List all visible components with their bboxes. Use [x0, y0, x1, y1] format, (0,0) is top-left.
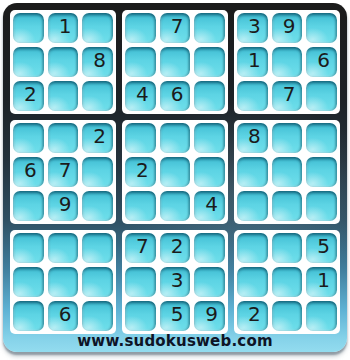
given-digit: 8: [248, 126, 261, 146]
given-digit: 8: [93, 50, 106, 70]
cell-r8c5[interactable]: 3: [160, 267, 191, 297]
given-digit: 6: [59, 304, 72, 324]
box-r1c2: 746: [122, 10, 228, 114]
cell-r7c3[interactable]: [82, 233, 113, 263]
given-digit: 1: [59, 16, 72, 36]
cell-r7c7[interactable]: [237, 233, 268, 263]
cell-r2c1[interactable]: [13, 47, 44, 77]
given-digit: 2: [171, 236, 184, 256]
cell-r3c2[interactable]: [48, 81, 79, 111]
cell-r4c5[interactable]: [160, 123, 191, 153]
given-digit: 6: [171, 84, 184, 104]
given-digit: 6: [24, 160, 37, 180]
website-watermark: www.sudokusweb.com: [3, 332, 347, 350]
cell-r4c7[interactable]: 8: [237, 123, 268, 153]
sudoku-board: 182746391672679248672359512: [10, 10, 340, 334]
cell-r3c8[interactable]: 7: [272, 81, 303, 111]
cell-r7c2[interactable]: [48, 233, 79, 263]
cell-r3c4[interactable]: 4: [125, 81, 156, 111]
given-digit: 9: [205, 304, 218, 324]
cell-r5c8[interactable]: [272, 157, 303, 187]
sudoku-app: 182746391672679248672359512 www.sudokusw…: [0, 0, 350, 360]
cell-r9c5[interactable]: 5: [160, 301, 191, 331]
box-r2c2: 24: [122, 120, 228, 224]
cell-r8c9[interactable]: 1: [306, 267, 337, 297]
given-digit: 5: [317, 236, 330, 256]
cell-r5c1[interactable]: 6: [13, 157, 44, 187]
cell-r1c6[interactable]: [194, 13, 225, 43]
cell-r9c9[interactable]: [306, 301, 337, 331]
given-digit: 2: [24, 84, 37, 104]
box-r3c3: 512: [234, 230, 340, 334]
given-digit: 7: [59, 160, 72, 180]
cell-r9c7[interactable]: 2: [237, 301, 268, 331]
cell-r1c1[interactable]: [13, 13, 44, 43]
board-frame: 182746391672679248672359512 www.sudokusw…: [3, 3, 347, 352]
cell-r1c2[interactable]: 1: [48, 13, 79, 43]
given-digit: 2: [248, 304, 261, 324]
cell-r9c3[interactable]: [82, 301, 113, 331]
cell-r8c6[interactable]: [194, 267, 225, 297]
cell-r2c8[interactable]: [272, 47, 303, 77]
given-digit: 2: [93, 126, 106, 146]
cell-r4c1[interactable]: [13, 123, 44, 153]
given-digit: 9: [283, 16, 296, 36]
box-r2c1: 2679: [10, 120, 116, 224]
box-r3c1: 6: [10, 230, 116, 334]
cell-r9c1[interactable]: [13, 301, 44, 331]
cell-r8c3[interactable]: [82, 267, 113, 297]
cell-r5c6[interactable]: [194, 157, 225, 187]
cell-r1c9[interactable]: [306, 13, 337, 43]
cell-r3c3[interactable]: [82, 81, 113, 111]
cell-r7c5[interactable]: 2: [160, 233, 191, 263]
given-digit: 7: [171, 16, 184, 36]
box-r1c1: 182: [10, 10, 116, 114]
cell-r4c6[interactable]: [194, 123, 225, 153]
cell-r8c8[interactable]: [272, 267, 303, 297]
given-digit: 4: [205, 194, 218, 214]
cell-r5c5[interactable]: [160, 157, 191, 187]
cell-r2c7[interactable]: 1: [237, 47, 268, 77]
cell-r6c3[interactable]: [82, 191, 113, 221]
cell-r2c2[interactable]: [48, 47, 79, 77]
cell-r6c8[interactable]: [272, 191, 303, 221]
given-digit: 7: [136, 236, 149, 256]
box-r1c3: 39167: [234, 10, 340, 114]
given-digit: 4: [136, 84, 149, 104]
cell-r9c8[interactable]: [272, 301, 303, 331]
given-digit: 9: [59, 194, 72, 214]
cell-r6c6[interactable]: 4: [194, 191, 225, 221]
cell-r5c3[interactable]: [82, 157, 113, 187]
cell-r3c6[interactable]: [194, 81, 225, 111]
cell-r1c5[interactable]: 7: [160, 13, 191, 43]
cell-r8c2[interactable]: [48, 267, 79, 297]
cell-r3c1[interactable]: 2: [13, 81, 44, 111]
cell-r7c4[interactable]: 7: [125, 233, 156, 263]
cell-r4c4[interactable]: [125, 123, 156, 153]
cell-r7c6[interactable]: [194, 233, 225, 263]
cell-r4c8[interactable]: [272, 123, 303, 153]
cell-r3c5[interactable]: 6: [160, 81, 191, 111]
cell-r6c4[interactable]: [125, 191, 156, 221]
cell-r2c3[interactable]: 8: [82, 47, 113, 77]
cell-r8c4[interactable]: [125, 267, 156, 297]
box-r3c2: 72359: [122, 230, 228, 334]
cell-r5c9[interactable]: [306, 157, 337, 187]
cell-r4c3[interactable]: 2: [82, 123, 113, 153]
cell-r6c9[interactable]: [306, 191, 337, 221]
given-digit: 5: [171, 304, 184, 324]
cell-r2c5[interactable]: [160, 47, 191, 77]
cell-r4c2[interactable]: [48, 123, 79, 153]
cell-r3c7[interactable]: [237, 81, 268, 111]
cell-r7c8[interactable]: [272, 233, 303, 263]
given-digit: 1: [248, 50, 261, 70]
given-digit: 6: [317, 50, 330, 70]
given-digit: 2: [136, 160, 149, 180]
cell-r1c3[interactable]: [82, 13, 113, 43]
cell-r9c6[interactable]: 9: [194, 301, 225, 331]
cell-r1c7[interactable]: 3: [237, 13, 268, 43]
cell-r9c2[interactable]: 6: [48, 301, 79, 331]
given-digit: 3: [171, 270, 184, 290]
box-r2c3: 8: [234, 120, 340, 224]
cell-r7c9[interactable]: 5: [306, 233, 337, 263]
cell-r2c4[interactable]: [125, 47, 156, 77]
cell-r2c6[interactable]: [194, 47, 225, 77]
cell-r5c2[interactable]: 7: [48, 157, 79, 187]
cell-r8c1[interactable]: [13, 267, 44, 297]
cell-r1c4[interactable]: [125, 13, 156, 43]
given-digit: 1: [317, 270, 330, 290]
cell-r1c8[interactable]: 9: [272, 13, 303, 43]
cell-r8c7[interactable]: [237, 267, 268, 297]
cell-r6c2[interactable]: 9: [48, 191, 79, 221]
cell-r3c9[interactable]: [306, 81, 337, 111]
cell-r5c4[interactable]: 2: [125, 157, 156, 187]
cell-r9c4[interactable]: [125, 301, 156, 331]
given-digit: 7: [283, 84, 296, 104]
given-digit: 3: [248, 16, 261, 36]
cell-r6c5[interactable]: [160, 191, 191, 221]
cell-r4c9[interactable]: [306, 123, 337, 153]
cell-r6c1[interactable]: [13, 191, 44, 221]
cell-r7c1[interactable]: [13, 233, 44, 263]
cell-r5c7[interactable]: [237, 157, 268, 187]
cell-r2c9[interactable]: 6: [306, 47, 337, 77]
cell-r6c7[interactable]: [237, 191, 268, 221]
